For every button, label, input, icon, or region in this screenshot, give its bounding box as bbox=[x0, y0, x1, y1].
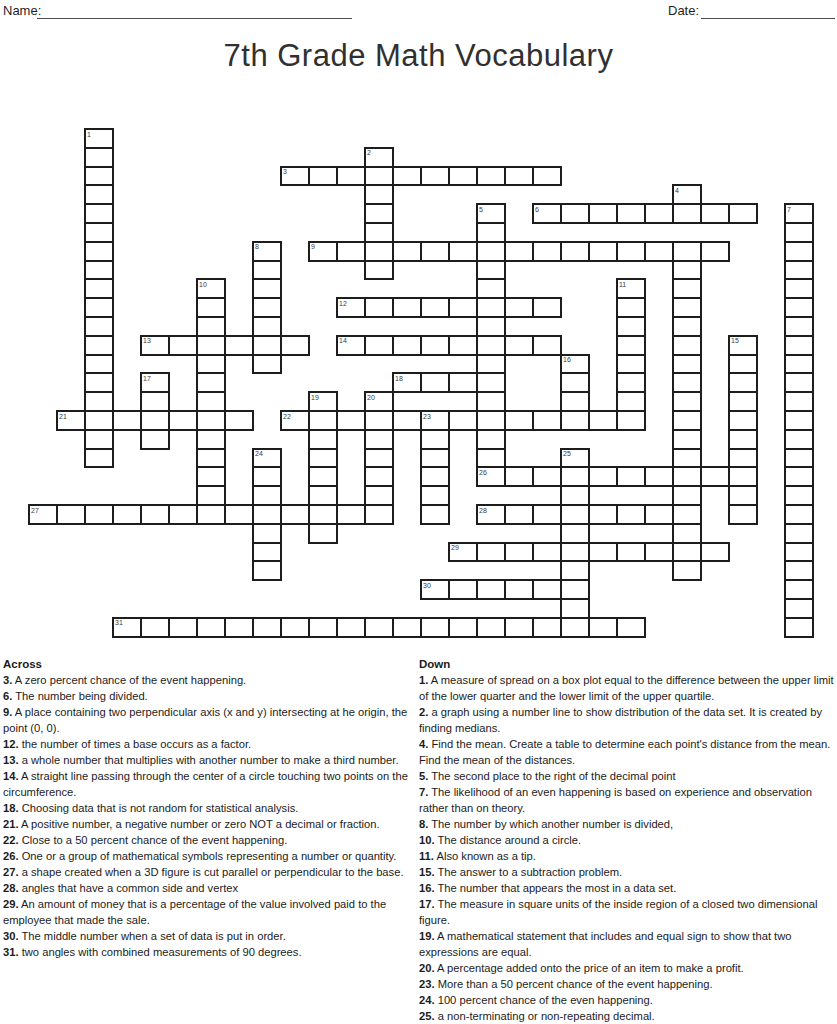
grid-cell-r19c23[interactable] bbox=[672, 485, 702, 506]
grid-cell-r20c6[interactable] bbox=[196, 504, 226, 525]
grid-cell-r0c2[interactable] bbox=[84, 128, 114, 149]
clue-13: 13. a whole number that multiplies with … bbox=[3, 752, 416, 768]
grid-cell-r11c25[interactable] bbox=[728, 335, 758, 356]
grid-cell-r14c27[interactable] bbox=[784, 391, 814, 412]
grid-cell-r21c10[interactable] bbox=[308, 523, 338, 544]
grid-cell-r11c4[interactable] bbox=[140, 335, 170, 356]
grid-cell-r18c16[interactable] bbox=[476, 466, 506, 487]
grid-cell-r4c23[interactable] bbox=[672, 203, 702, 224]
grid-cell-r4c24[interactable] bbox=[700, 203, 730, 224]
grid-cell-r17c12[interactable] bbox=[364, 448, 394, 469]
grid-cell-r11c18[interactable] bbox=[532, 335, 562, 356]
grid-cell-r12c6[interactable] bbox=[196, 354, 226, 375]
grid-cell-r20c19[interactable] bbox=[560, 504, 590, 525]
grid-cell-r26c27[interactable] bbox=[784, 617, 814, 638]
grid-cell-r15c10[interactable] bbox=[308, 410, 338, 431]
grid-cell-r11c14[interactable] bbox=[420, 335, 450, 356]
clue-14: 14. A straight line passing through the … bbox=[3, 768, 416, 800]
grid-cell-r6c21[interactable] bbox=[616, 241, 646, 262]
grid-cell-r22c18[interactable] bbox=[532, 542, 562, 563]
grid-cell-r20c3[interactable] bbox=[112, 504, 142, 525]
clue-8: 8. The number by which another number is… bbox=[419, 816, 835, 832]
grid-cell-r17c23[interactable] bbox=[672, 448, 702, 469]
grid-cell-r16c6[interactable] bbox=[196, 429, 226, 450]
grid-cell-r5c27[interactable] bbox=[784, 222, 814, 243]
grid-cell-r10c2[interactable] bbox=[84, 316, 114, 337]
grid-cell-r18c20[interactable] bbox=[588, 466, 618, 487]
grid-cell-r8c27[interactable] bbox=[784, 278, 814, 299]
grid-cell-r14c4[interactable] bbox=[140, 391, 170, 412]
grid-cell-r18c21[interactable] bbox=[616, 466, 646, 487]
grid-cell-r18c18[interactable] bbox=[532, 466, 562, 487]
grid-cell-r4c25[interactable] bbox=[728, 203, 758, 224]
grid-cell-r16c2[interactable] bbox=[84, 429, 114, 450]
clue-27: 27. a shape created when a 3D figure is … bbox=[3, 864, 416, 880]
grid-cell-r15c5[interactable] bbox=[168, 410, 198, 431]
clue-5: 5. The second place to the right of the … bbox=[419, 768, 835, 784]
grid-cell-r11c17[interactable] bbox=[504, 335, 534, 356]
grid-cell-r26c16[interactable] bbox=[476, 617, 506, 638]
grid-cell-r6c19[interactable] bbox=[560, 241, 590, 262]
grid-cell-r26c3[interactable] bbox=[112, 617, 142, 638]
grid-cell-r11c21[interactable] bbox=[616, 335, 646, 356]
grid-cell-r20c17[interactable] bbox=[504, 504, 534, 525]
grid-cell-r15c9[interactable] bbox=[280, 410, 310, 431]
grid-cell-r11c27[interactable] bbox=[784, 335, 814, 356]
grid-cell-r24c14[interactable] bbox=[420, 579, 450, 600]
grid-cell-r15c21[interactable] bbox=[616, 410, 646, 431]
grid-cell-r26c14[interactable] bbox=[420, 617, 450, 638]
grid-cell-r9c18[interactable] bbox=[532, 297, 562, 318]
grid-cell-r9c6[interactable] bbox=[196, 297, 226, 318]
grid-cell-r17c2[interactable] bbox=[84, 448, 114, 469]
grid-cell-r6c20[interactable] bbox=[588, 241, 618, 262]
grid-cell-r20c7[interactable] bbox=[224, 504, 254, 525]
grid-cell-r20c12[interactable] bbox=[364, 504, 394, 525]
grid-cell-r26c8[interactable] bbox=[252, 617, 282, 638]
grid-cell-r20c25[interactable] bbox=[728, 504, 758, 525]
grid-cell-r22c15[interactable] bbox=[448, 542, 478, 563]
grid-cell-r21c23[interactable] bbox=[672, 523, 702, 544]
grid-cell-r9c15[interactable] bbox=[448, 297, 478, 318]
grid-cell-r14c16[interactable] bbox=[476, 391, 506, 412]
grid-cell-r18c25[interactable] bbox=[728, 466, 758, 487]
grid-cell-r11c15[interactable] bbox=[448, 335, 478, 356]
grid-cell-r9c2[interactable] bbox=[84, 297, 114, 318]
grid-cell-r7c27[interactable] bbox=[784, 260, 814, 281]
grid-cell-r2c18[interactable] bbox=[532, 166, 562, 187]
grid-cell-r9c11[interactable] bbox=[336, 297, 366, 318]
grid-cell-r22c8[interactable] bbox=[252, 542, 282, 563]
grid-cell-r17c14[interactable] bbox=[420, 448, 450, 469]
grid-cell-r9c8[interactable] bbox=[252, 297, 282, 318]
grid-cell-r13c2[interactable] bbox=[84, 372, 114, 393]
clue-7: 7. The likelihood of an even happening i… bbox=[419, 784, 835, 816]
date-write-in-line[interactable] bbox=[701, 17, 835, 19]
grid-cell-r12c19[interactable] bbox=[560, 354, 590, 375]
grid-cell-r4c2[interactable] bbox=[84, 203, 114, 224]
grid-cell-r7c8[interactable] bbox=[252, 260, 282, 281]
grid-cell-r7c12[interactable] bbox=[364, 260, 394, 281]
grid-cell-r4c18[interactable] bbox=[532, 203, 562, 224]
grid-cell-r8c8[interactable] bbox=[252, 278, 282, 299]
grid-cell-r20c4[interactable] bbox=[140, 504, 170, 525]
grid-cell-r16c23[interactable] bbox=[672, 429, 702, 450]
grid-cell-r24c16[interactable] bbox=[476, 579, 506, 600]
grid-cell-r15c12[interactable] bbox=[364, 410, 394, 431]
grid-cell-r26c9[interactable] bbox=[280, 617, 310, 638]
across-header: Across bbox=[3, 656, 416, 672]
crossword-worksheet: { "game": "crossword", "title": "7th Gra… bbox=[0, 0, 837, 1024]
grid-cell-r16c16[interactable] bbox=[476, 429, 506, 450]
grid-cell-r17c6[interactable] bbox=[196, 448, 226, 469]
grid-cell-r10c6[interactable] bbox=[196, 316, 226, 337]
grid-cell-r6c22[interactable] bbox=[644, 241, 674, 262]
grid-cell-r8c2[interactable] bbox=[84, 278, 114, 299]
grid-cell-r1c12[interactable] bbox=[364, 147, 394, 168]
grid-cell-r7c23[interactable] bbox=[672, 260, 702, 281]
grid-cell-r2c16[interactable] bbox=[476, 166, 506, 187]
grid-cell-r19c10[interactable] bbox=[308, 485, 338, 506]
grid-cell-r25c27[interactable] bbox=[784, 598, 814, 619]
grid-cell-r3c12[interactable] bbox=[364, 184, 394, 205]
grid-cell-r21c8[interactable] bbox=[252, 523, 282, 544]
grid-cell-r26c20[interactable] bbox=[588, 617, 618, 638]
grid-cell-r13c15[interactable] bbox=[448, 372, 478, 393]
grid-cell-r10c8[interactable] bbox=[252, 316, 282, 337]
grid-cell-r1c2[interactable] bbox=[84, 147, 114, 168]
grid-cell-r13c27[interactable] bbox=[784, 372, 814, 393]
grid-cell-r14c10[interactable] bbox=[308, 391, 338, 412]
grid-cell-r11c5[interactable] bbox=[168, 335, 198, 356]
grid-cell-r17c10[interactable] bbox=[308, 448, 338, 469]
grid-cell-r9c14[interactable] bbox=[420, 297, 450, 318]
grid-cell-r3c23[interactable] bbox=[672, 184, 702, 205]
grid-cell-r22c27[interactable] bbox=[784, 542, 814, 563]
grid-cell-r12c25[interactable] bbox=[728, 354, 758, 375]
clue-26: 26. One or a group of mathematical symbo… bbox=[3, 848, 416, 864]
grid-cell-r15c27[interactable] bbox=[784, 410, 814, 431]
grid-cell-r5c16[interactable] bbox=[476, 222, 506, 243]
grid-cell-r15c4[interactable] bbox=[140, 410, 170, 431]
grid-cell-r13c4[interactable] bbox=[140, 372, 170, 393]
grid-cell-r18c22[interactable] bbox=[644, 466, 674, 487]
grid-cell-r18c12[interactable] bbox=[364, 466, 394, 487]
grid-cell-r22c17[interactable] bbox=[504, 542, 534, 563]
grid-cell-r15c20[interactable] bbox=[588, 410, 618, 431]
grid-cell-r17c25[interactable] bbox=[728, 448, 758, 469]
grid-cell-r13c23[interactable] bbox=[672, 372, 702, 393]
grid-cell-r11c8[interactable] bbox=[252, 335, 282, 356]
grid-cell-r6c14[interactable] bbox=[420, 241, 450, 262]
grid-cell-r16c27[interactable] bbox=[784, 429, 814, 450]
grid-cell-r8c6[interactable] bbox=[196, 278, 226, 299]
grid-cell-r21c27[interactable] bbox=[784, 523, 814, 544]
grid-cell-r15c16[interactable] bbox=[476, 410, 506, 431]
grid-cell-r20c14[interactable] bbox=[420, 504, 450, 525]
clue-1: 1. A measure of spread on a box plot equ… bbox=[419, 672, 835, 704]
grid-cell-r18c27[interactable] bbox=[784, 466, 814, 487]
grid-cell-r23c27[interactable] bbox=[784, 560, 814, 581]
down-clues: 1. A measure of spread on a box plot equ… bbox=[419, 672, 835, 1024]
grid-cell-r19c25[interactable] bbox=[728, 485, 758, 506]
grid-cell-r2c12[interactable] bbox=[364, 166, 394, 187]
grid-cell-r2c13[interactable] bbox=[392, 166, 422, 187]
grid-cell-r26c5[interactable] bbox=[168, 617, 198, 638]
grid-cell-r26c18[interactable] bbox=[532, 617, 562, 638]
grid-cell-r19c19[interactable] bbox=[560, 485, 590, 506]
grid-cell-r26c17[interactable] bbox=[504, 617, 534, 638]
grid-cell-r10c21[interactable] bbox=[616, 316, 646, 337]
grid-cell-r6c8[interactable] bbox=[252, 241, 282, 262]
clue-6: 6. The number being divided. bbox=[3, 688, 416, 704]
grid-cell-r9c17[interactable] bbox=[504, 297, 534, 318]
grid-cell-r12c23[interactable] bbox=[672, 354, 702, 375]
grid-cell-r14c12[interactable] bbox=[364, 391, 394, 412]
grid-cell-r20c20[interactable] bbox=[588, 504, 618, 525]
grid-cell-r24c15[interactable] bbox=[448, 579, 478, 600]
grid-cell-r9c12[interactable] bbox=[364, 297, 394, 318]
grid-cell-r19c14[interactable] bbox=[420, 485, 450, 506]
grid-cell-r19c6[interactable] bbox=[196, 485, 226, 506]
grid-cell-r20c27[interactable] bbox=[784, 504, 814, 525]
grid-cell-r11c23[interactable] bbox=[672, 335, 702, 356]
grid-cell-r6c10[interactable] bbox=[308, 241, 338, 262]
grid-cell-r15c25[interactable] bbox=[728, 410, 758, 431]
grid-cell-r10c23[interactable] bbox=[672, 316, 702, 337]
grid-cell-r20c10[interactable] bbox=[308, 504, 338, 525]
grid-cell-r21c19[interactable] bbox=[560, 523, 590, 544]
grid-cell-r19c8[interactable] bbox=[252, 485, 282, 506]
grid-cell-r24c27[interactable] bbox=[784, 579, 814, 600]
grid-cell-r22c19[interactable] bbox=[560, 542, 590, 563]
grid-cell-r24c18[interactable] bbox=[532, 579, 562, 600]
grid-cell-r4c22[interactable] bbox=[644, 203, 674, 224]
grid-cell-r6c2[interactable] bbox=[84, 241, 114, 262]
grid-cell-r6c16[interactable] bbox=[476, 241, 506, 262]
name-write-in-line[interactable] bbox=[37, 17, 352, 19]
grid-cell-r6c15[interactable] bbox=[448, 241, 478, 262]
grid-cell-r22c20[interactable] bbox=[588, 542, 618, 563]
grid-cell-r13c21[interactable] bbox=[616, 372, 646, 393]
grid-cell-r14c21[interactable] bbox=[616, 391, 646, 412]
grid-cell-r15c18[interactable] bbox=[532, 410, 562, 431]
grid-cell-r12c16[interactable] bbox=[476, 354, 506, 375]
grid-cell-r20c8[interactable] bbox=[252, 504, 282, 525]
grid-cell-r15c15[interactable] bbox=[448, 410, 478, 431]
grid-cell-r4c16[interactable] bbox=[476, 203, 506, 224]
grid-cell-r16c12[interactable] bbox=[364, 429, 394, 450]
grid-cell-r15c23[interactable] bbox=[672, 410, 702, 431]
grid-cell-r6c18[interactable] bbox=[532, 241, 562, 262]
grid-cell-r20c18[interactable] bbox=[532, 504, 562, 525]
grid-cell-r2c10[interactable] bbox=[308, 166, 338, 187]
clue-30: 30. The middle number when a set of data… bbox=[3, 928, 416, 944]
grid-cell-r26c12[interactable] bbox=[364, 617, 394, 638]
grid-cell-r12c2[interactable] bbox=[84, 354, 114, 375]
grid-cell-r13c19[interactable] bbox=[560, 372, 590, 393]
grid-cell-r14c25[interactable] bbox=[728, 391, 758, 412]
grid-cell-r18c17[interactable] bbox=[504, 466, 534, 487]
grid-cell-r20c0[interactable] bbox=[28, 504, 58, 525]
grid-cell-r9c21[interactable] bbox=[616, 297, 646, 318]
grid-cell-r16c14[interactable] bbox=[420, 429, 450, 450]
grid-cell-r9c13[interactable] bbox=[392, 297, 422, 318]
grid-cell-r2c14[interactable] bbox=[420, 166, 450, 187]
grid-cell-r18c19[interactable] bbox=[560, 466, 590, 487]
grid-cell-r15c2[interactable] bbox=[84, 410, 114, 431]
grid-cell-r2c17[interactable] bbox=[504, 166, 534, 187]
clue-16: 16. The number that appears the most in … bbox=[419, 880, 835, 896]
grid-cell-r14c19[interactable] bbox=[560, 391, 590, 412]
grid-cell-r22c24[interactable] bbox=[700, 542, 730, 563]
grid-cell-r11c2[interactable] bbox=[84, 335, 114, 356]
grid-cell-r17c19[interactable] bbox=[560, 448, 590, 469]
grid-cell-r6c23[interactable] bbox=[672, 241, 702, 262]
grid-cell-r4c21[interactable] bbox=[616, 203, 646, 224]
grid-cell-r11c9[interactable] bbox=[280, 335, 310, 356]
grid-cell-r22c16[interactable] bbox=[476, 542, 506, 563]
grid-cell-r26c7[interactable] bbox=[224, 617, 254, 638]
grid-cell-r23c19[interactable] bbox=[560, 560, 590, 581]
grid-cell-r7c16[interactable] bbox=[476, 260, 506, 281]
grid-cell-r23c8[interactable] bbox=[252, 560, 282, 581]
grid-cell-r18c14[interactable] bbox=[420, 466, 450, 487]
grid-cell-r8c16[interactable] bbox=[476, 278, 506, 299]
grid-cell-r22c22[interactable] bbox=[644, 542, 674, 563]
grid-cell-r8c23[interactable] bbox=[672, 278, 702, 299]
grid-cell-r11c11[interactable] bbox=[336, 335, 366, 356]
grid-cell-r6c17[interactable] bbox=[504, 241, 534, 262]
grid-cell-r2c15[interactable] bbox=[448, 166, 478, 187]
grid-cell-r11c16[interactable] bbox=[476, 335, 506, 356]
grid-cell-r12c27[interactable] bbox=[784, 354, 814, 375]
clue-23: 23. More than a 50 percent chance of the… bbox=[419, 976, 835, 992]
grid-cell-r10c27[interactable] bbox=[784, 316, 814, 337]
grid-cell-r7c2[interactable] bbox=[84, 260, 114, 281]
grid-cell-r17c16[interactable] bbox=[476, 448, 506, 469]
grid-cell-r26c11[interactable] bbox=[336, 617, 366, 638]
grid-cell-r13c14[interactable] bbox=[420, 372, 450, 393]
clue-12: 12. the number of times a base occurs as… bbox=[3, 736, 416, 752]
grid-cell-r22c23[interactable] bbox=[672, 542, 702, 563]
grid-cell-r9c16[interactable] bbox=[476, 297, 506, 318]
grid-cell-r20c21[interactable] bbox=[616, 504, 646, 525]
grid-cell-r20c5[interactable] bbox=[168, 504, 198, 525]
grid-cell-r15c14[interactable] bbox=[420, 410, 450, 431]
grid-cell-r12c21[interactable] bbox=[616, 354, 646, 375]
grid-cell-r16c10[interactable] bbox=[308, 429, 338, 450]
grid-cell-r20c2[interactable] bbox=[84, 504, 114, 525]
grid-cell-r26c10[interactable] bbox=[308, 617, 338, 638]
grid-cell-r4c12[interactable] bbox=[364, 203, 394, 224]
grid-cell-r24c19[interactable] bbox=[560, 579, 590, 600]
grid-cell-r25c19[interactable] bbox=[560, 598, 590, 619]
grid-cell-r20c16[interactable] bbox=[476, 504, 506, 525]
grid-cell-r20c22[interactable] bbox=[644, 504, 674, 525]
grid-cell-r5c12[interactable] bbox=[364, 222, 394, 243]
grid-cell-r2c9[interactable] bbox=[280, 166, 310, 187]
grid-cell-r24c17[interactable] bbox=[504, 579, 534, 600]
grid-cell-r26c21[interactable] bbox=[616, 617, 646, 638]
grid-cell-r14c23[interactable] bbox=[672, 391, 702, 412]
grid-cell-r9c27[interactable] bbox=[784, 297, 814, 318]
grid-cell-r26c4[interactable] bbox=[140, 617, 170, 638]
grid-cell-r15c1[interactable] bbox=[56, 410, 86, 431]
grid-cell-r26c6[interactable] bbox=[196, 617, 226, 638]
grid-cell-r18c8[interactable] bbox=[252, 466, 282, 487]
grid-cell-r15c13[interactable] bbox=[392, 410, 422, 431]
grid-cell-r20c23[interactable] bbox=[672, 504, 702, 525]
grid-cell-r6c11[interactable] bbox=[336, 241, 366, 262]
grid-cell-r11c13[interactable] bbox=[392, 335, 422, 356]
clue-3: 3. A zero percent chance of the event ha… bbox=[3, 672, 416, 688]
grid-cell-r19c27[interactable] bbox=[784, 485, 814, 506]
grid-cell-r20c9[interactable] bbox=[280, 504, 310, 525]
grid-cell-r20c11[interactable] bbox=[336, 504, 366, 525]
grid-cell-r4c27[interactable] bbox=[784, 203, 814, 224]
grid-cell-r9c23[interactable] bbox=[672, 297, 702, 318]
grid-cell-r26c13[interactable] bbox=[392, 617, 422, 638]
grid-cell-r13c6[interactable] bbox=[196, 372, 226, 393]
grid-cell-r8c21[interactable] bbox=[616, 278, 646, 299]
grid-cell-r6c24[interactable] bbox=[700, 241, 730, 262]
grid-cell-r18c10[interactable] bbox=[308, 466, 338, 487]
grid-cell-r13c16[interactable] bbox=[476, 372, 506, 393]
grid-cell-r6c12[interactable] bbox=[364, 241, 394, 262]
grid-cell-r15c3[interactable] bbox=[112, 410, 142, 431]
grid-cell-r6c27[interactable] bbox=[784, 241, 814, 262]
grid-cell-r6c13[interactable] bbox=[392, 241, 422, 262]
grid-cell-r4c19[interactable] bbox=[560, 203, 590, 224]
grid-cell-r14c6[interactable] bbox=[196, 391, 226, 412]
grid-cell-r11c12[interactable] bbox=[364, 335, 394, 356]
clue-18: 18. Choosing data that is not random for… bbox=[3, 800, 416, 816]
grid-cell-r19c12[interactable] bbox=[364, 485, 394, 506]
grid-cell-r3c2[interactable] bbox=[84, 184, 114, 205]
grid-cell-r16c25[interactable] bbox=[728, 429, 758, 450]
grid-cell-r11c7[interactable] bbox=[224, 335, 254, 356]
grid-cell-r13c13[interactable] bbox=[392, 372, 422, 393]
grid-cell-r22c21[interactable] bbox=[616, 542, 646, 563]
grid-cell-r5c2[interactable] bbox=[84, 222, 114, 243]
grid-cell-r20c1[interactable] bbox=[56, 504, 86, 525]
grid-cell-r15c17[interactable] bbox=[504, 410, 534, 431]
grid-cell-r12c8[interactable] bbox=[252, 354, 282, 375]
grid-cell-r18c24[interactable] bbox=[700, 466, 730, 487]
grid-cell-r23c23[interactable] bbox=[672, 560, 702, 581]
grid-cell-r18c23[interactable] bbox=[672, 466, 702, 487]
grid-cell-r16c4[interactable] bbox=[140, 429, 170, 450]
grid-cell-r18c6[interactable] bbox=[196, 466, 226, 487]
grid-cell-r15c7[interactable] bbox=[224, 410, 254, 431]
grid-cell-r13c25[interactable] bbox=[728, 372, 758, 393]
grid-cell-r15c6[interactable] bbox=[196, 410, 226, 431]
grid-cell-r2c11[interactable] bbox=[336, 166, 366, 187]
grid-cell-r4c20[interactable] bbox=[588, 203, 618, 224]
grid-cell-r17c27[interactable] bbox=[784, 448, 814, 469]
grid-cell-r11c6[interactable] bbox=[196, 335, 226, 356]
grid-cell-r15c19[interactable] bbox=[560, 410, 590, 431]
grid-cell-r26c19[interactable] bbox=[560, 617, 590, 638]
grid-cell-r2c2[interactable] bbox=[84, 166, 114, 187]
grid-cell-r14c2[interactable] bbox=[84, 391, 114, 412]
grid-cell-r15c11[interactable] bbox=[336, 410, 366, 431]
grid-cell-r10c16[interactable] bbox=[476, 316, 506, 337]
clue-15: 15. The answer to a subtraction problem. bbox=[419, 864, 835, 880]
grid-cell-r17c8[interactable] bbox=[252, 448, 282, 469]
grid-cell-r26c15[interactable] bbox=[448, 617, 478, 638]
